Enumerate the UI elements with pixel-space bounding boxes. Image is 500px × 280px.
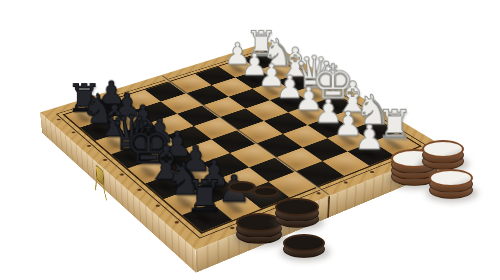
edge-fold-seam	[327, 196, 330, 219]
checker-disc	[253, 186, 279, 197]
checker-disc	[283, 234, 325, 252]
checkers-stack-white	[422, 140, 464, 170]
black-rook: ♜	[179, 174, 231, 218]
checker-dark-single	[253, 186, 279, 197]
checkers-stack-dark	[275, 198, 319, 228]
product-photo-chess-set: ♜♞♝♛♚♝♞♜♟♟♟♟♟♟♟♟♟♟♟♟♟♟♟♟♜♞♝♛♚♝♞♜	[0, 0, 500, 280]
checker-disc	[429, 169, 473, 187]
checkers-stack-white	[429, 169, 473, 199]
checker-disc	[275, 198, 319, 216]
brass-clasp	[95, 164, 103, 186]
checker-disc	[422, 140, 464, 158]
white-pawn: ♟	[345, 120, 393, 154]
checkers-stack-dark	[283, 234, 325, 258]
board-squares-grid: ♜♞♝♛♚♝♞♜♟♟♟♟♟♟♟♟♟♟♟♟♟♟♟♟♜♞♝♛♚♝♞♜	[63, 51, 423, 234]
